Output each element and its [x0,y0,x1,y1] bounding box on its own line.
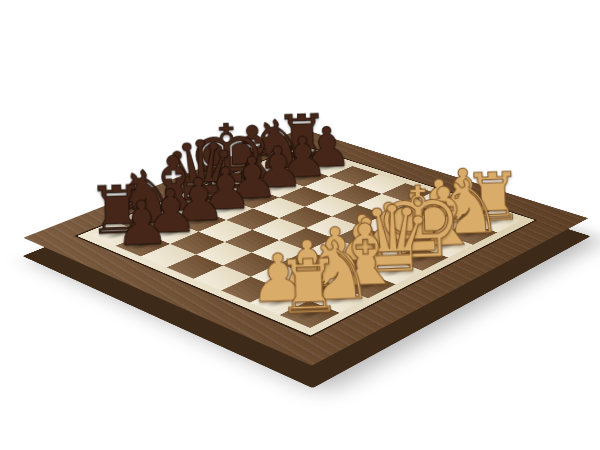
product-photo-stage: ♜♞♝♛♚♝♞♜♟♟♟♟♟♟♟♟♟♟♟♟♟♟♟♟♜♞♝♛♚♝♞♜ [0,0,600,450]
chessboard: ♜♞♝♛♚♝♞♜♟♟♟♟♟♟♟♟♟♟♟♟♟♟♟♟♜♞♝♛♚♝♞♜ [23,129,588,366]
scene: ♜♞♝♛♚♝♞♜♟♟♟♟♟♟♟♟♟♟♟♟♟♟♟♟♜♞♝♛♚♝♞♜ [0,0,600,450]
